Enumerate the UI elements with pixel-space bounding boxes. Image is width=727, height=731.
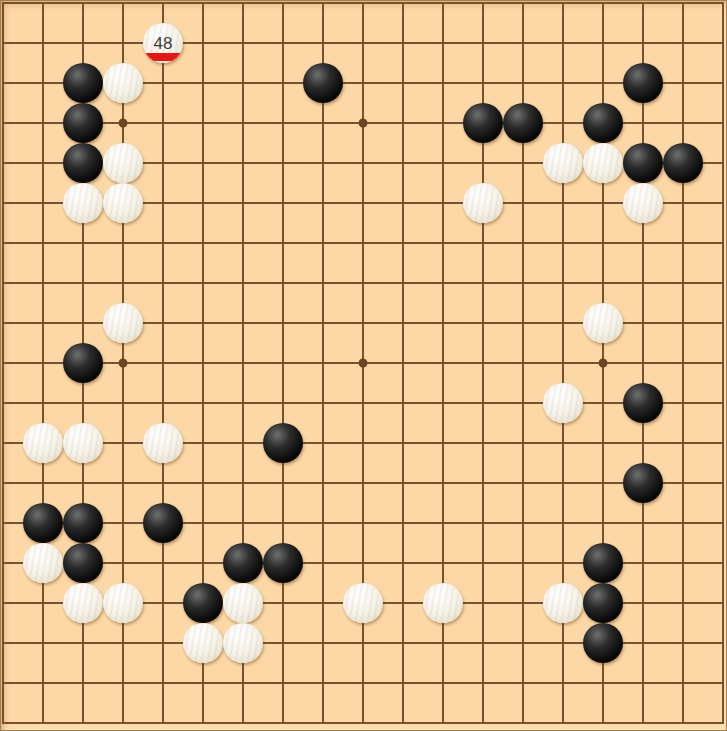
black-stone[interactable] xyxy=(23,503,63,543)
hoshi-point xyxy=(119,119,128,128)
grid-line xyxy=(2,402,724,404)
white-stone[interactable] xyxy=(543,143,583,183)
black-stone[interactable] xyxy=(663,143,703,183)
black-stone[interactable] xyxy=(63,343,103,383)
grid-line xyxy=(402,2,404,724)
hoshi-point xyxy=(359,119,368,128)
white-stone[interactable] xyxy=(103,583,143,623)
white-stone[interactable] xyxy=(23,423,63,463)
black-stone[interactable] xyxy=(583,103,623,143)
white-stone[interactable] xyxy=(103,183,143,223)
move-number-label: 48 xyxy=(154,35,173,52)
black-stone[interactable] xyxy=(263,543,303,583)
black-stone[interactable] xyxy=(63,63,103,103)
black-stone[interactable] xyxy=(63,103,103,143)
grid-line xyxy=(2,482,724,484)
black-stone[interactable] xyxy=(223,543,263,583)
white-stone[interactable] xyxy=(103,143,143,183)
white-stone[interactable] xyxy=(223,583,263,623)
white-stone[interactable] xyxy=(583,303,623,343)
black-stone[interactable] xyxy=(583,583,623,623)
white-stone[interactable] xyxy=(63,183,103,223)
white-stone[interactable] xyxy=(183,623,223,663)
board-frame: 48 xyxy=(0,0,727,731)
hoshi-point xyxy=(359,359,368,368)
black-stone[interactable] xyxy=(583,623,623,663)
white-stone[interactable] xyxy=(103,303,143,343)
black-stone[interactable] xyxy=(63,543,103,583)
black-stone[interactable] xyxy=(303,63,343,103)
white-stone[interactable] xyxy=(63,423,103,463)
grid-line xyxy=(2,522,724,524)
black-stone[interactable] xyxy=(583,543,623,583)
grid-line xyxy=(2,682,724,684)
hoshi-point xyxy=(119,359,128,368)
black-stone[interactable] xyxy=(623,463,663,503)
white-stone[interactable] xyxy=(583,143,623,183)
white-stone[interactable] xyxy=(543,383,583,423)
black-stone[interactable] xyxy=(63,143,103,183)
black-stone[interactable] xyxy=(183,583,223,623)
black-stone[interactable] xyxy=(263,423,303,463)
white-stone[interactable] xyxy=(343,583,383,623)
white-stone[interactable] xyxy=(143,423,183,463)
grid-line xyxy=(2,722,724,724)
white-stone[interactable] xyxy=(23,543,63,583)
grid-line xyxy=(642,2,644,724)
white-stone[interactable] xyxy=(223,623,263,663)
black-stone[interactable] xyxy=(63,503,103,543)
white-stone[interactable] xyxy=(423,583,463,623)
grid-line xyxy=(2,442,724,444)
grid-line xyxy=(722,2,724,724)
last-move-stone[interactable]: 48 xyxy=(143,23,183,63)
white-stone[interactable] xyxy=(463,183,503,223)
white-stone[interactable] xyxy=(623,183,663,223)
black-stone[interactable] xyxy=(143,503,183,543)
white-stone[interactable] xyxy=(63,583,103,623)
grid-line xyxy=(682,2,684,724)
black-stone[interactable] xyxy=(503,103,543,143)
black-stone[interactable] xyxy=(463,103,503,143)
last-move-marker-icon xyxy=(143,53,183,61)
white-stone[interactable] xyxy=(103,63,143,103)
black-stone[interactable] xyxy=(623,383,663,423)
hoshi-point xyxy=(599,359,608,368)
white-stone[interactable] xyxy=(543,583,583,623)
black-stone[interactable] xyxy=(623,63,663,103)
black-stone[interactable] xyxy=(623,143,663,183)
